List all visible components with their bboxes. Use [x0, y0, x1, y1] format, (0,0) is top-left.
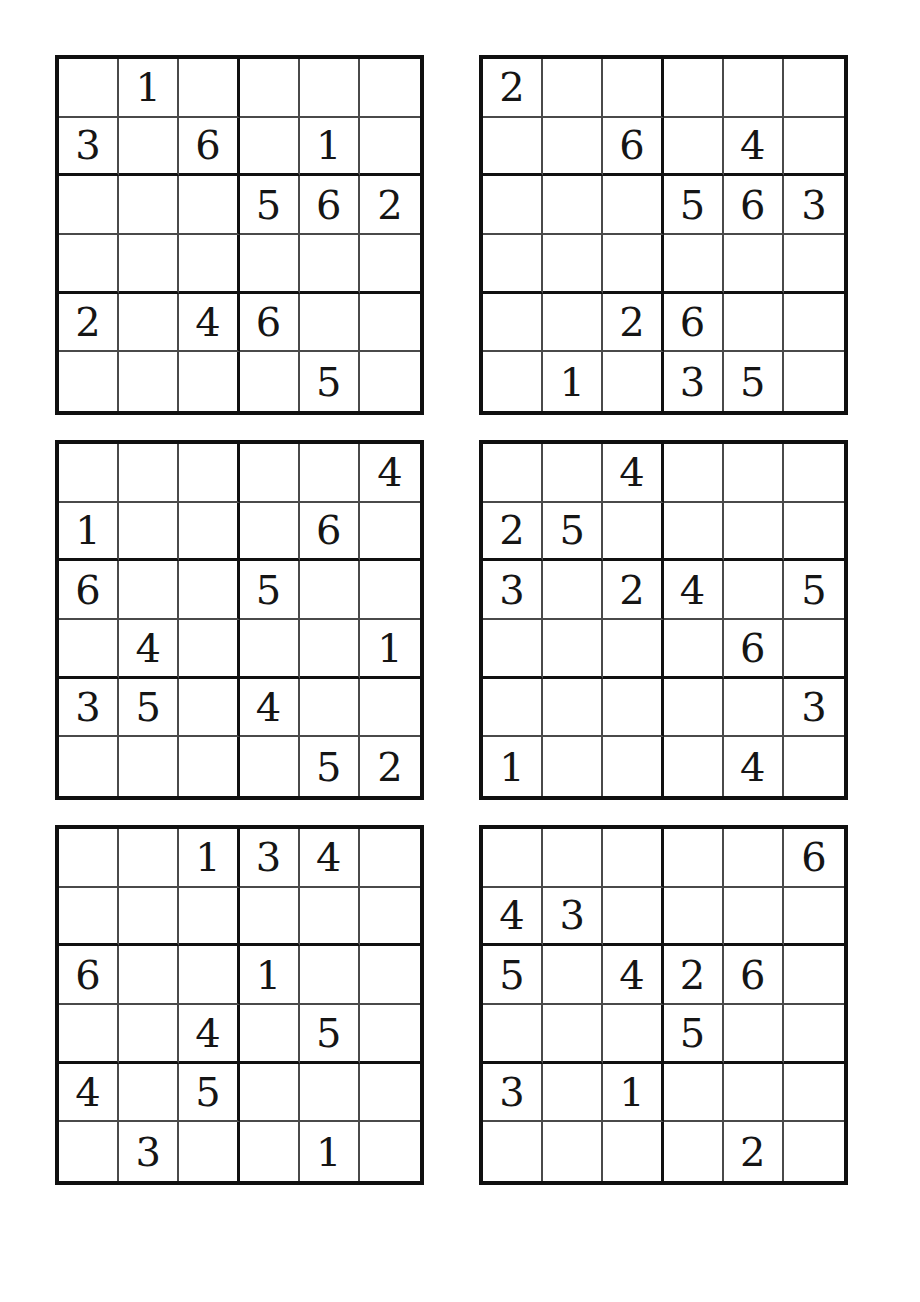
- p5-cell-r3c4: 1: [240, 946, 300, 1005]
- p2-cell-r2c4: [664, 118, 724, 177]
- p4-cell-r4c2: [543, 620, 603, 679]
- p6-cell-r4c6: [784, 1005, 844, 1064]
- p4-cell-r4c1: [483, 620, 543, 679]
- p2-cell-r6c1: [483, 352, 543, 411]
- p6-cell-r6c4: [664, 1122, 724, 1181]
- p2-cell-r6c3: [603, 352, 663, 411]
- p1-cell-r3c4: 5: [240, 176, 300, 235]
- p5-cell-r5c1: 4: [59, 1064, 119, 1123]
- p1-cell-r2c1: 3: [59, 118, 119, 177]
- p3-cell-r1c1: [59, 444, 119, 503]
- p4-cell-r6c4: [664, 737, 724, 796]
- p5-cell-r2c1: [59, 888, 119, 947]
- p6-cell-r4c4: 5: [664, 1005, 724, 1064]
- p1-cell-r2c5: 1: [300, 118, 360, 177]
- p4-cell-r3c6: 5: [784, 561, 844, 620]
- p5-cell-r2c3: [179, 888, 239, 947]
- p4-cell-r2c2: 5: [543, 503, 603, 562]
- p3-cell-r3c5: [300, 561, 360, 620]
- p2-cell-r3c6: 3: [784, 176, 844, 235]
- p2-cell-r5c3: 2: [603, 294, 663, 353]
- p3-cell-r6c6: 2: [360, 737, 420, 796]
- p3-cell-r4c3: [179, 620, 239, 679]
- p1-cell-r3c1: [59, 176, 119, 235]
- p6-cell-r5c5: [724, 1064, 784, 1123]
- p2-cell-r2c5: 4: [724, 118, 784, 177]
- p4-cell-r4c3: [603, 620, 663, 679]
- p4-cell-r5c4: [664, 679, 724, 738]
- p6-cell-r2c5: [724, 888, 784, 947]
- p5-cell-r5c2: [119, 1064, 179, 1123]
- p3-cell-r5c5: [300, 679, 360, 738]
- p2-cell-r5c2: [543, 294, 603, 353]
- p4-cell-r5c2: [543, 679, 603, 738]
- p6-cell-r3c4: 2: [664, 946, 724, 1005]
- p5-cell-r6c1: [59, 1122, 119, 1181]
- p5-cell-r5c5: [300, 1064, 360, 1123]
- p1-cell-r6c1: [59, 352, 119, 411]
- p6-cell-r5c2: [543, 1064, 603, 1123]
- p2-cell-r1c5: [724, 59, 784, 118]
- p6-cell-r2c6: [784, 888, 844, 947]
- p5-cell-r5c4: [240, 1064, 300, 1123]
- p1-cell-r2c6: [360, 118, 420, 177]
- p5-cell-r1c2: [119, 829, 179, 888]
- p4-cell-r2c4: [664, 503, 724, 562]
- p5-cell-r3c2: [119, 946, 179, 1005]
- p2-cell-r2c2: [543, 118, 603, 177]
- p2-cell-r2c6: [784, 118, 844, 177]
- p3-cell-r1c3: [179, 444, 239, 503]
- p6-cell-r1c6: 6: [784, 829, 844, 888]
- p1-cell-r4c2: [119, 235, 179, 294]
- p2-cell-r4c1: [483, 235, 543, 294]
- p1-cell-r5c4: 6: [240, 294, 300, 353]
- p6-cell-r1c3: [603, 829, 663, 888]
- p2-cell-r3c5: 6: [724, 176, 784, 235]
- p5-cell-r1c3: 1: [179, 829, 239, 888]
- p2-cell-r4c6: [784, 235, 844, 294]
- p5-cell-r1c5: 4: [300, 829, 360, 888]
- p5-cell-r2c4: [240, 888, 300, 947]
- p2-cell-r5c4: 6: [664, 294, 724, 353]
- p5-cell-r5c3: 5: [179, 1064, 239, 1123]
- p2-cell-r2c3: 6: [603, 118, 663, 177]
- p4-cell-r1c6: [784, 444, 844, 503]
- p4-cell-r5c5: [724, 679, 784, 738]
- p2-cell-r6c2: 1: [543, 352, 603, 411]
- p6-cell-r5c3: 1: [603, 1064, 663, 1123]
- p6-cell-r1c1: [483, 829, 543, 888]
- p6-cell-r2c2: 3: [543, 888, 603, 947]
- p6-cell-r6c1: [483, 1122, 543, 1181]
- p3-cell-r5c2: 5: [119, 679, 179, 738]
- p6-cell-r1c5: [724, 829, 784, 888]
- p2-cell-r5c5: [724, 294, 784, 353]
- p3-cell-r2c5: 6: [300, 503, 360, 562]
- p3-cell-r3c1: 6: [59, 561, 119, 620]
- p3-cell-r3c3: [179, 561, 239, 620]
- p5-cell-r4c1: [59, 1005, 119, 1064]
- p1-cell-r4c1: [59, 235, 119, 294]
- p5-cell-r3c1: 6: [59, 946, 119, 1005]
- p2-cell-r5c1: [483, 294, 543, 353]
- p6-cell-r4c5: [724, 1005, 784, 1064]
- p6-cell-r2c4: [664, 888, 724, 947]
- p5-cell-r4c2: [119, 1005, 179, 1064]
- p2-cell-r1c3: [603, 59, 663, 118]
- p6-cell-r3c3: 4: [603, 946, 663, 1005]
- p4-cell-r5c6: 3: [784, 679, 844, 738]
- p3-cell-r3c6: [360, 561, 420, 620]
- sudoku-board-2: 26456326135: [479, 55, 848, 415]
- p6-cell-r3c5: 6: [724, 946, 784, 1005]
- p1-cell-r3c2: [119, 176, 179, 235]
- p3-cell-r2c3: [179, 503, 239, 562]
- p3-cell-r4c1: [59, 620, 119, 679]
- p1-cell-r4c6: [360, 235, 420, 294]
- p3-cell-r1c6: 4: [360, 444, 420, 503]
- p4-cell-r6c6: [784, 737, 844, 796]
- sudoku-board-4: 42532456314: [479, 440, 848, 800]
- p5-cell-r3c6: [360, 946, 420, 1005]
- p5-cell-r1c1: [59, 829, 119, 888]
- p4-cell-r2c6: [784, 503, 844, 562]
- p3-cell-r6c2: [119, 737, 179, 796]
- p2-cell-r3c1: [483, 176, 543, 235]
- p4-cell-r5c1: [483, 679, 543, 738]
- p6-cell-r6c5: 2: [724, 1122, 784, 1181]
- p4-cell-r3c3: 2: [603, 561, 663, 620]
- p1-cell-r6c2: [119, 352, 179, 411]
- p1-cell-r5c1: 2: [59, 294, 119, 353]
- p3-cell-r3c2: [119, 561, 179, 620]
- p3-cell-r1c4: [240, 444, 300, 503]
- p3-cell-r6c1: [59, 737, 119, 796]
- p2-cell-r3c4: 5: [664, 176, 724, 235]
- p1-cell-r6c5: 5: [300, 352, 360, 411]
- p5-cell-r6c4: [240, 1122, 300, 1181]
- p1-cell-r4c4: [240, 235, 300, 294]
- p4-cell-r2c5: [724, 503, 784, 562]
- p2-cell-r5c6: [784, 294, 844, 353]
- p6-cell-r4c2: [543, 1005, 603, 1064]
- p2-cell-r1c1: 2: [483, 59, 543, 118]
- p1-cell-r1c6: [360, 59, 420, 118]
- p1-cell-r2c3: 6: [179, 118, 239, 177]
- p6-cell-r3c6: [784, 946, 844, 1005]
- sudoku-board-3: 416654135452: [55, 440, 424, 800]
- p5-cell-r1c4: 3: [240, 829, 300, 888]
- p5-cell-r3c3: [179, 946, 239, 1005]
- p6-cell-r4c3: [603, 1005, 663, 1064]
- p4-cell-r3c1: 3: [483, 561, 543, 620]
- p4-cell-r5c3: [603, 679, 663, 738]
- p3-cell-r5c1: 3: [59, 679, 119, 738]
- p5-cell-r6c3: [179, 1122, 239, 1181]
- p4-cell-r1c4: [664, 444, 724, 503]
- p4-cell-r6c1: 1: [483, 737, 543, 796]
- p1-cell-r1c4: [240, 59, 300, 118]
- p2-cell-r1c2: [543, 59, 603, 118]
- p4-cell-r1c1: [483, 444, 543, 503]
- p3-cell-r4c2: 4: [119, 620, 179, 679]
- p6-cell-r6c3: [603, 1122, 663, 1181]
- p6-cell-r5c1: 3: [483, 1064, 543, 1123]
- p6-cell-r6c6: [784, 1122, 844, 1181]
- p6-cell-r4c1: [483, 1005, 543, 1064]
- p5-cell-r2c2: [119, 888, 179, 947]
- p1-cell-r2c2: [119, 118, 179, 177]
- p5-cell-r4c3: 4: [179, 1005, 239, 1064]
- puzzle-sheet: 13615622465 26456326135 416654135452 425…: [0, 0, 920, 1185]
- p4-cell-r4c5: 6: [724, 620, 784, 679]
- p3-cell-r2c6: [360, 503, 420, 562]
- p1-cell-r5c3: 4: [179, 294, 239, 353]
- p2-cell-r3c2: [543, 176, 603, 235]
- p4-cell-r2c1: 2: [483, 503, 543, 562]
- p1-cell-r1c1: [59, 59, 119, 118]
- p5-cell-r6c6: [360, 1122, 420, 1181]
- p2-cell-r4c3: [603, 235, 663, 294]
- p2-cell-r3c3: [603, 176, 663, 235]
- p5-cell-r5c6: [360, 1064, 420, 1123]
- p1-cell-r1c2: 1: [119, 59, 179, 118]
- p6-cell-r1c2: [543, 829, 603, 888]
- p2-cell-r4c5: [724, 235, 784, 294]
- p5-cell-r1c6: [360, 829, 420, 888]
- p5-cell-r3c5: [300, 946, 360, 1005]
- p2-cell-r6c5: 5: [724, 352, 784, 411]
- p3-cell-r5c3: [179, 679, 239, 738]
- p4-cell-r6c5: 4: [724, 737, 784, 796]
- p4-cell-r4c4: [664, 620, 724, 679]
- p1-cell-r6c4: [240, 352, 300, 411]
- p1-cell-r4c5: [300, 235, 360, 294]
- p5-cell-r4c4: [240, 1005, 300, 1064]
- p4-cell-r1c3: 4: [603, 444, 663, 503]
- p3-cell-r1c5: [300, 444, 360, 503]
- p3-cell-r1c2: [119, 444, 179, 503]
- p5-cell-r6c2: 3: [119, 1122, 179, 1181]
- p1-cell-r4c3: [179, 235, 239, 294]
- sudoku-board-1: 13615622465: [55, 55, 424, 415]
- p3-cell-r5c4: 4: [240, 679, 300, 738]
- p3-cell-r4c4: [240, 620, 300, 679]
- p1-cell-r5c5: [300, 294, 360, 353]
- p2-cell-r6c6: [784, 352, 844, 411]
- p6-cell-r2c3: [603, 888, 663, 947]
- p2-cell-r2c1: [483, 118, 543, 177]
- p1-cell-r3c5: 6: [300, 176, 360, 235]
- p1-cell-r3c6: 2: [360, 176, 420, 235]
- p2-cell-r6c4: 3: [664, 352, 724, 411]
- p6-cell-r1c4: [664, 829, 724, 888]
- p3-cell-r4c5: [300, 620, 360, 679]
- p5-cell-r2c5: [300, 888, 360, 947]
- p3-cell-r2c2: [119, 503, 179, 562]
- sudoku-board-5: 13461454531: [55, 825, 424, 1185]
- p1-cell-r5c6: [360, 294, 420, 353]
- p3-cell-r3c4: 5: [240, 561, 300, 620]
- p6-cell-r3c2: [543, 946, 603, 1005]
- p5-cell-r4c5: 5: [300, 1005, 360, 1064]
- p6-cell-r6c2: [543, 1122, 603, 1181]
- p2-cell-r4c4: [664, 235, 724, 294]
- p3-cell-r6c4: [240, 737, 300, 796]
- p1-cell-r1c5: [300, 59, 360, 118]
- p6-cell-r5c6: [784, 1064, 844, 1123]
- p4-cell-r4c6: [784, 620, 844, 679]
- p4-cell-r1c2: [543, 444, 603, 503]
- p1-cell-r2c4: [240, 118, 300, 177]
- p4-cell-r1c5: [724, 444, 784, 503]
- sudoku-board-6: 64354265312: [479, 825, 848, 1185]
- p3-cell-r2c1: 1: [59, 503, 119, 562]
- p3-cell-r6c5: 5: [300, 737, 360, 796]
- p4-cell-r2c3: [603, 503, 663, 562]
- p3-cell-r4c6: 1: [360, 620, 420, 679]
- p1-cell-r6c6: [360, 352, 420, 411]
- p4-cell-r3c4: 4: [664, 561, 724, 620]
- p5-cell-r4c6: [360, 1005, 420, 1064]
- p6-cell-r3c1: 5: [483, 946, 543, 1005]
- p2-cell-r1c6: [784, 59, 844, 118]
- p1-cell-r1c3: [179, 59, 239, 118]
- p3-cell-r6c3: [179, 737, 239, 796]
- p6-cell-r2c1: 4: [483, 888, 543, 947]
- p2-cell-r1c4: [664, 59, 724, 118]
- p2-cell-r4c2: [543, 235, 603, 294]
- p1-cell-r5c2: [119, 294, 179, 353]
- p3-cell-r5c6: [360, 679, 420, 738]
- p3-cell-r2c4: [240, 503, 300, 562]
- p1-cell-r6c3: [179, 352, 239, 411]
- p6-cell-r5c4: [664, 1064, 724, 1123]
- p5-cell-r2c6: [360, 888, 420, 947]
- p4-cell-r3c2: [543, 561, 603, 620]
- p4-cell-r3c5: [724, 561, 784, 620]
- p4-cell-r6c3: [603, 737, 663, 796]
- p1-cell-r3c3: [179, 176, 239, 235]
- p4-cell-r6c2: [543, 737, 603, 796]
- p5-cell-r6c5: 1: [300, 1122, 360, 1181]
